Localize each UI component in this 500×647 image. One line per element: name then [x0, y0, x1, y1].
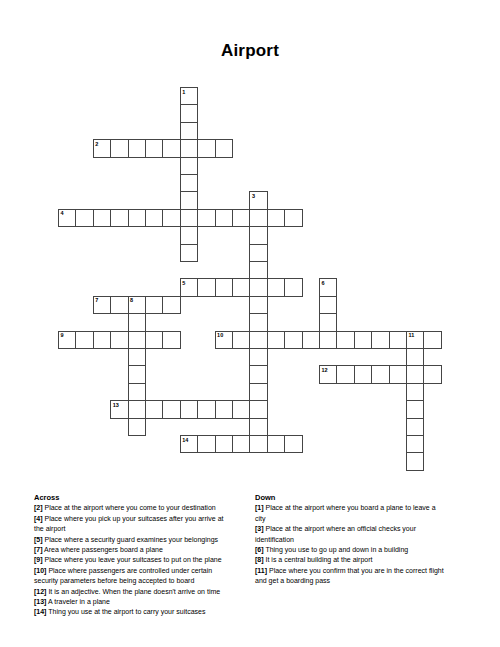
grid-cell[interactable] [162, 139, 180, 157]
grid-cell[interactable] [284, 278, 302, 296]
grid-cell[interactable] [93, 209, 111, 227]
cell-number: 5 [182, 280, 185, 286]
clue-number: [9] [34, 556, 43, 563]
grid-cell[interactable] [162, 331, 180, 349]
grid-cell[interactable] [75, 331, 93, 349]
grid-cell[interactable] [128, 348, 146, 366]
clue-number: [12] [34, 588, 46, 595]
grid-cell[interactable] [406, 418, 424, 436]
down-clue-list: [1] Place at the airport where you board… [255, 503, 467, 586]
grid-cell[interactable] [336, 331, 354, 349]
grid-cell[interactable]: 8 [128, 296, 146, 314]
grid-cell[interactable] [302, 331, 320, 349]
grid-cell[interactable] [128, 313, 146, 331]
grid-cell[interactable] [215, 400, 233, 418]
cell-number: 12 [322, 367, 328, 373]
grid-cell[interactable] [423, 331, 441, 349]
clue-across-2: [2] Place at the airport where you come … [34, 503, 249, 513]
grid-cell[interactable] [128, 365, 146, 383]
grid-cell[interactable] [180, 104, 198, 122]
grid-cell[interactable] [267, 331, 285, 349]
grid-cell[interactable] [249, 296, 267, 314]
clue-number: [7] [34, 546, 43, 553]
grid-cell[interactable] [336, 365, 354, 383]
cell-number: 11 [409, 332, 415, 338]
grid-cell[interactable] [197, 139, 215, 157]
grid-cell[interactable] [267, 209, 285, 227]
grid-cell[interactable] [249, 313, 267, 331]
cell-number: 9 [61, 332, 64, 338]
grid-cell[interactable] [128, 418, 146, 436]
clue-number: [10] [34, 567, 46, 574]
cell-number: 10 [217, 332, 223, 338]
grid-cell[interactable] [110, 331, 128, 349]
clue-across-10: [10] Place where passengers are controll… [34, 566, 249, 587]
cell-number: 14 [182, 437, 188, 443]
grid-cell[interactable] [319, 313, 337, 331]
cell-number: 1 [182, 89, 185, 95]
grid-cell[interactable] [249, 348, 267, 366]
grid-cell[interactable]: 9 [58, 331, 76, 349]
grid-cell[interactable]: 2 [93, 139, 111, 157]
grid-cell[interactable] [319, 331, 337, 349]
grid-cell[interactable] [319, 296, 337, 314]
grid-cell[interactable] [162, 296, 180, 314]
grid-cell[interactable] [284, 331, 302, 349]
grid-cell[interactable] [145, 331, 163, 349]
grid-cell[interactable] [162, 209, 180, 227]
grid-cell[interactable] [249, 278, 267, 296]
cell-number: 8 [130, 297, 133, 303]
clue-across-12: [12] It is an adjective. When the plane … [34, 587, 249, 597]
grid-cell[interactable] [145, 296, 163, 314]
clue-down-1: [1] Place at the airport where you board… [255, 503, 467, 524]
grid-cell[interactable] [180, 191, 198, 209]
down-clues-column: Down [1] Place at the airport where you … [255, 493, 467, 587]
grid-cell[interactable] [110, 209, 128, 227]
grid-cell[interactable] [406, 348, 424, 366]
grid-cell[interactable] [145, 209, 163, 227]
clue-number: [3] [255, 525, 264, 532]
grid-cell[interactable]: 7 [93, 296, 111, 314]
grid-cell[interactable] [406, 435, 424, 453]
grid-cell[interactable] [406, 400, 424, 418]
grid-cell[interactable] [128, 139, 146, 157]
grid-cell[interactable] [371, 331, 389, 349]
grid-cell[interactable] [267, 435, 285, 453]
grid-cell[interactable] [215, 435, 233, 453]
grid-cell[interactable]: 10 [215, 331, 233, 349]
grid-cell[interactable] [180, 139, 198, 157]
grid-cell[interactable] [406, 452, 424, 470]
grid-cell[interactable] [110, 296, 128, 314]
grid-cell[interactable]: 12 [319, 365, 337, 383]
clue-down-11: [11] Place where you confirm that you ar… [255, 566, 467, 587]
grid-cell[interactable] [197, 209, 215, 227]
clue-across-7: [7] Area where passengers board a plane [34, 545, 249, 555]
cell-number: 2 [95, 141, 98, 147]
grid-cell[interactable] [197, 435, 215, 453]
clue-number: [14] [34, 608, 46, 615]
grid-cell[interactable] [197, 278, 215, 296]
grid-cell[interactable] [249, 365, 267, 383]
down-header: Down [255, 493, 467, 503]
clue-number: [4] [34, 515, 43, 522]
grid-cell[interactable] [249, 244, 267, 262]
clue-number: [1] [255, 504, 264, 511]
clue-number: [2] [34, 504, 43, 511]
grid-cell[interactable] [267, 278, 285, 296]
grid-cell[interactable] [215, 209, 233, 227]
cell-number: 6 [322, 280, 325, 286]
crossword-grid: 1234567891011121314 [58, 87, 442, 471]
grid-cell[interactable]: 11 [406, 331, 424, 349]
grid-cell[interactable] [249, 435, 267, 453]
grid-cell[interactable]: 3 [249, 191, 267, 209]
grid-cell[interactable] [423, 365, 441, 383]
clue-across-14: [14] Thing you use at the airport to car… [34, 607, 249, 617]
cell-number: 7 [95, 297, 98, 303]
clue-number: [6] [255, 546, 264, 553]
clue-across-4: [4] Place where you pick up your suitcas… [34, 514, 249, 535]
grid-cell[interactable] [232, 331, 250, 349]
grid-cell[interactable]: 1 [180, 87, 198, 105]
grid-cell[interactable] [215, 278, 233, 296]
grid-cell[interactable] [249, 261, 267, 279]
grid-cell[interactable] [249, 400, 267, 418]
clue-down-6: [6] Thing you use to go up and down in a… [255, 545, 467, 555]
cell-number: 4 [61, 210, 64, 216]
grid-cell[interactable] [406, 365, 424, 383]
grid-cell[interactable] [180, 174, 198, 192]
across-clues-column: Across [2] Place at the airport where yo… [34, 493, 249, 618]
clue-number: [8] [255, 556, 264, 563]
grid-cell[interactable]: 4 [58, 209, 76, 227]
grid-cell[interactable] [128, 331, 146, 349]
grid-cell[interactable] [180, 209, 198, 227]
grid-cell[interactable] [389, 365, 407, 383]
clue-number: [11] [255, 567, 267, 574]
cell-number: 3 [252, 193, 255, 199]
grid-cell[interactable] [232, 435, 250, 453]
clue-down-3: [3] Place at the airport where an offici… [255, 524, 467, 545]
grid-cell[interactable] [284, 435, 302, 453]
grid-cell[interactable] [232, 278, 250, 296]
across-clue-list: [2] Place at the airport where you come … [34, 503, 249, 617]
grid-cell[interactable] [180, 157, 198, 175]
grid-cell[interactable] [249, 209, 267, 227]
grid-cell[interactable] [284, 209, 302, 227]
grid-cell[interactable] [249, 331, 267, 349]
clue-across-5: [5] Place where a security guard examine… [34, 535, 249, 545]
grid-cell[interactable] [180, 226, 198, 244]
grid-cell[interactable] [145, 400, 163, 418]
cell-number: 13 [113, 402, 119, 408]
grid-cell[interactable] [197, 400, 215, 418]
grid-cell[interactable] [162, 400, 180, 418]
grid-cell[interactable] [180, 244, 198, 262]
grid-cell[interactable] [249, 418, 267, 436]
grid-cell[interactable]: 5 [180, 278, 198, 296]
grid-cell[interactable] [232, 209, 250, 227]
clue-number: [13] [34, 598, 46, 605]
clue-number: [5] [34, 536, 43, 543]
grid-cell[interactable] [180, 400, 198, 418]
grid-cell[interactable] [354, 331, 372, 349]
clue-down-8: [8] It is a central building at the airp… [255, 555, 467, 565]
grid-cell[interactable] [128, 400, 146, 418]
grid-cell[interactable] [406, 383, 424, 401]
grid-cell[interactable] [180, 122, 198, 140]
grid-cell[interactable] [232, 400, 250, 418]
grid-cell[interactable] [249, 383, 267, 401]
grid-cell[interactable] [249, 226, 267, 244]
grid-cell[interactable] [93, 331, 111, 349]
grid-cell[interactable] [128, 383, 146, 401]
grid-cell[interactable] [128, 209, 146, 227]
grid-cell[interactable] [371, 365, 389, 383]
grid-cell[interactable] [389, 331, 407, 349]
across-header: Across [34, 493, 249, 503]
clue-across-13: [13] A traveler in a plane [34, 597, 249, 607]
grid-cell[interactable] [354, 365, 372, 383]
grid-cell[interactable] [145, 139, 163, 157]
clue-across-9: [9] Place where you leave your suitcases… [34, 555, 249, 565]
grid-cell[interactable]: 13 [110, 400, 128, 418]
puzzle-title: Airport [0, 41, 500, 61]
grid-cell[interactable] [215, 139, 233, 157]
grid-cell[interactable] [75, 209, 93, 227]
grid-cell[interactable]: 6 [319, 278, 337, 296]
grid-cell[interactable] [110, 139, 128, 157]
grid-cell[interactable]: 14 [180, 435, 198, 453]
